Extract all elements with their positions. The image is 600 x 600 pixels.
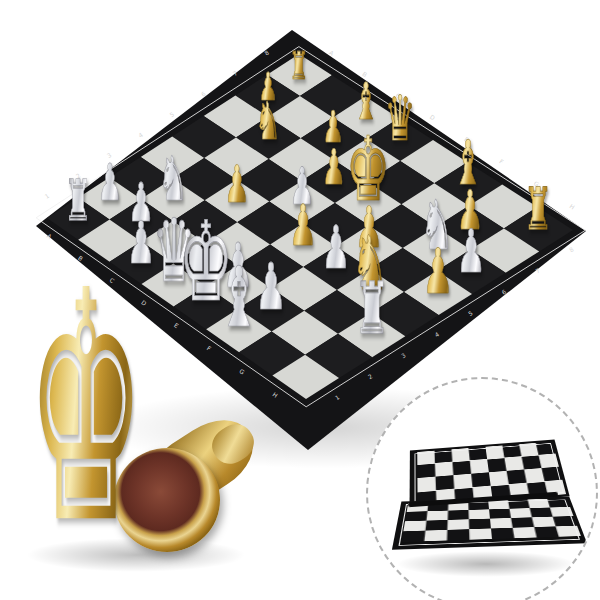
coord-label-rank-4-left: 4 bbox=[137, 131, 144, 139]
coord-label-rank-3-left: 3 bbox=[106, 151, 113, 159]
product-photo: AABBCCDDEEFFGGHH1122334455667788 ♜♟♝♞♟♛♟… bbox=[0, 0, 600, 600]
coord-label-file-F-top: F bbox=[498, 157, 505, 165]
coord-label-file-E-top: E bbox=[463, 135, 470, 143]
inset-board-shadow bbox=[396, 551, 576, 577]
folded-board-inset bbox=[366, 377, 598, 600]
coord-label-rank-7: 7 bbox=[534, 267, 541, 275]
gold-king-closeup: ♚ bbox=[8, 330, 268, 580]
coord-label-rank-2-left: 2 bbox=[74, 171, 81, 179]
coord-label-rank-1-left: 1 bbox=[43, 192, 50, 200]
coord-label-file-D-top: D bbox=[429, 113, 437, 122]
coord-label-rank-5-left: 5 bbox=[168, 110, 175, 118]
coord-label-file-C-top: C bbox=[395, 91, 402, 99]
coord-label-file-G-top: G bbox=[533, 180, 541, 189]
coord-label-file-B-top: B bbox=[361, 70, 368, 78]
coord-label-rank-8: 8 bbox=[568, 245, 575, 253]
coord-label-file-H-top: H bbox=[568, 202, 576, 210]
gold-king-figure: ♚ bbox=[27, 250, 145, 568]
